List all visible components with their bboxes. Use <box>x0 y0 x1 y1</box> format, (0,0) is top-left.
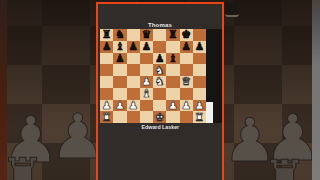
square-g8[interactable]: ♚ <box>180 29 193 41</box>
white-queen: ♛ <box>181 76 191 87</box>
square-h1[interactable]: ♜ <box>193 111 206 123</box>
square-f7[interactable] <box>166 41 179 53</box>
black-pawn: ♟ <box>181 41 191 52</box>
square-f4[interactable] <box>166 76 179 88</box>
square-g4[interactable]: ♛ <box>180 76 193 88</box>
square-c1[interactable] <box>127 111 140 123</box>
bottom-player-bar: Edward Lasker <box>98 123 222 130</box>
square-d2[interactable] <box>140 100 153 112</box>
board-area: ♜♞♛♜♚♟♝♟♟♟♟♟♟♝♞♟♞♛♝♟♟♟♟♟♟♜♚♜ <box>98 29 222 123</box>
right-edge-strip <box>312 0 320 180</box>
white-knight: ♞ <box>155 76 165 87</box>
square-b1[interactable] <box>113 111 126 123</box>
square-h4[interactable] <box>193 76 206 88</box>
top-player-bar: Thomas <box>98 4 222 29</box>
square-d4[interactable]: ♟ <box>140 76 153 88</box>
black-bishop: ♝ <box>168 53 178 64</box>
square-b3[interactable] <box>113 88 126 100</box>
square-g5[interactable] <box>180 64 193 76</box>
square-b6[interactable]: ♟ <box>113 53 126 65</box>
square-h5[interactable] <box>193 64 206 76</box>
square-e4[interactable]: ♞ <box>153 76 166 88</box>
square-f1[interactable] <box>166 111 179 123</box>
square-b4[interactable] <box>113 76 126 88</box>
square-f8[interactable]: ♜ <box>166 29 179 41</box>
black-pawn: ♟ <box>194 41 204 52</box>
square-g2[interactable]: ♟ <box>180 100 193 112</box>
black-pawn: ♟ <box>115 53 125 64</box>
square-c4[interactable] <box>127 76 140 88</box>
square-b7[interactable]: ♝ <box>113 41 126 53</box>
square-a7[interactable]: ♟ <box>100 41 113 53</box>
square-f3[interactable] <box>166 88 179 100</box>
square-c7[interactable]: ♟ <box>127 41 140 53</box>
square-h6[interactable] <box>193 53 206 65</box>
square-e8[interactable] <box>153 29 166 41</box>
white-pawn: ♟ <box>181 100 191 111</box>
square-f2[interactable]: ♟ <box>166 100 179 112</box>
black-pawn: ♟ <box>155 53 165 64</box>
left-edge-strip <box>0 0 7 180</box>
square-h3[interactable] <box>193 88 206 100</box>
square-f6[interactable]: ♝ <box>166 53 179 65</box>
square-a2[interactable]: ♟ <box>100 100 113 112</box>
square-b5[interactable] <box>113 64 126 76</box>
chess-app-panel: Thomas ♜♞♛♜♚♟♝♟♟♟♟♟♟♝♞♟♞♛♝♟♟♟♟♟♟♜♚♜ Edwa… <box>96 2 224 180</box>
video-frame: ♟ ♟ ♜ ♟ ♟ ♜ Thomas ♜♞♛♜♚♟♝♟♟♟♟♟♟♝♞♟♞♛♝♟♟… <box>0 0 320 180</box>
black-pawn: ♟ <box>102 41 112 52</box>
square-c6[interactable] <box>127 53 140 65</box>
square-e1[interactable]: ♚ <box>153 111 166 123</box>
square-a4[interactable] <box>100 76 113 88</box>
square-d7[interactable]: ♟ <box>140 41 153 53</box>
square-d1[interactable] <box>140 111 153 123</box>
bottom-player-name: Edward Lasker <box>141 124 179 129</box>
background-piece-silhouette <box>225 2 239 17</box>
white-king: ♚ <box>155 112 165 123</box>
black-knight: ♞ <box>115 29 125 40</box>
panel-empty-area <box>98 130 222 180</box>
white-pawn: ♟ <box>168 100 178 111</box>
square-h8[interactable] <box>193 29 206 41</box>
black-rook: ♜ <box>168 29 178 40</box>
square-e7[interactable] <box>153 41 166 53</box>
square-e3[interactable] <box>153 88 166 100</box>
square-h7[interactable]: ♟ <box>193 41 206 53</box>
square-a6[interactable] <box>100 53 113 65</box>
square-a3[interactable] <box>100 88 113 100</box>
chess-board[interactable]: ♜♞♛♜♚♟♝♟♟♟♟♟♟♝♞♟♞♛♝♟♟♟♟♟♟♜♚♜ <box>100 29 206 123</box>
square-c5[interactable] <box>127 64 140 76</box>
background-rook-icon: ♜ <box>262 154 307 180</box>
black-king: ♚ <box>181 29 191 40</box>
square-c2[interactable]: ♟ <box>127 100 140 112</box>
square-a8[interactable]: ♜ <box>100 29 113 41</box>
evaluation-bar <box>206 29 222 123</box>
square-f5[interactable] <box>166 64 179 76</box>
square-d3[interactable]: ♝ <box>140 88 153 100</box>
square-a1[interactable]: ♜ <box>100 111 113 123</box>
top-player-name: Thomas <box>148 22 172 29</box>
white-bishop: ♝ <box>141 88 151 99</box>
white-pawn: ♟ <box>141 76 151 87</box>
square-g3[interactable] <box>180 88 193 100</box>
black-queen: ♛ <box>141 29 151 40</box>
square-c3[interactable] <box>127 88 140 100</box>
square-d6[interactable] <box>140 53 153 65</box>
square-a5[interactable] <box>100 64 113 76</box>
white-pawn: ♟ <box>102 100 112 111</box>
white-knight: ♞ <box>155 65 165 76</box>
square-b8[interactable]: ♞ <box>113 29 126 41</box>
white-pawn: ♟ <box>128 100 138 111</box>
black-rook: ♜ <box>102 29 112 40</box>
white-rook: ♜ <box>194 112 204 123</box>
white-pawn: ♟ <box>194 100 204 111</box>
square-e6[interactable]: ♟ <box>153 53 166 65</box>
square-g7[interactable]: ♟ <box>180 41 193 53</box>
square-d5[interactable] <box>140 64 153 76</box>
square-b2[interactable]: ♟ <box>113 100 126 112</box>
square-e2[interactable] <box>153 100 166 112</box>
black-pawn: ♟ <box>128 41 138 52</box>
square-g6[interactable] <box>180 53 193 65</box>
white-rook: ♜ <box>102 112 112 123</box>
black-pawn: ♟ <box>141 41 151 52</box>
square-c8[interactable] <box>127 29 140 41</box>
square-h2[interactable]: ♟ <box>193 100 206 112</box>
white-pawn: ♟ <box>115 100 125 111</box>
black-bishop: ♝ <box>115 41 125 52</box>
evaluation-bar-white <box>206 102 213 123</box>
square-e5[interactable]: ♞ <box>153 64 166 76</box>
square-d8[interactable]: ♛ <box>140 29 153 41</box>
square-g1[interactable] <box>180 111 193 123</box>
